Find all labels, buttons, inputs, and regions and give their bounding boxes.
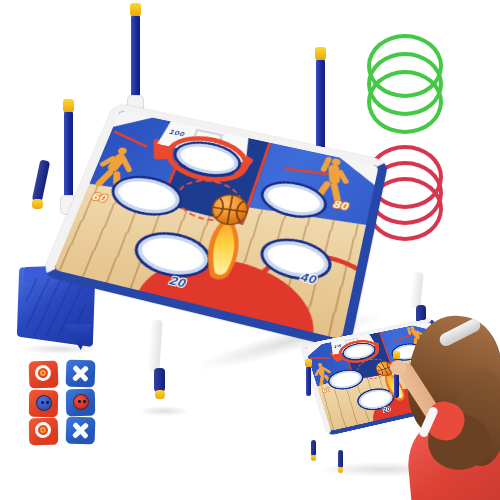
pole-cap bbox=[130, 3, 141, 16]
board-leg bbox=[410, 272, 424, 309]
pole-cap bbox=[305, 359, 312, 367]
red-dot-icon bbox=[73, 394, 89, 410]
score-label-80: 80 bbox=[332, 198, 350, 213]
board-leg-tip bbox=[154, 368, 165, 392]
toss-pole bbox=[131, 14, 140, 108]
toss-pole-mini bbox=[306, 366, 311, 396]
o-marker-icon bbox=[35, 365, 52, 382]
board-leg-tip bbox=[32, 159, 51, 202]
pole-cap bbox=[315, 47, 326, 60]
board-leg bbox=[148, 320, 163, 373]
pole-cap bbox=[393, 351, 400, 359]
product-photo: 100 80 60 40 20 bbox=[0, 0, 500, 500]
toss-board: 100 80 60 40 20 bbox=[41, 103, 388, 351]
board-leg-foot bbox=[155, 390, 165, 399]
ring-green-3 bbox=[367, 70, 443, 134]
bean-bag-blue-smiley bbox=[66, 389, 95, 417]
leg-shadow bbox=[138, 406, 190, 416]
corner-sleeve bbox=[305, 343, 326, 357]
board-fabric: 100 80 60 40 20 bbox=[54, 111, 379, 340]
bean-bag-blue-x bbox=[66, 360, 96, 388]
bean-bag-red-o bbox=[29, 418, 58, 446]
court-line bbox=[310, 357, 330, 358]
o-marker-icon bbox=[35, 422, 51, 438]
blue-dot-icon bbox=[36, 395, 52, 411]
bean-bag-red-smiley bbox=[29, 390, 58, 418]
board-leg-foot bbox=[32, 199, 43, 209]
bean-bag-red-o bbox=[29, 361, 59, 389]
child-hand bbox=[390, 360, 406, 375]
bean-bag-blue-x bbox=[66, 417, 96, 445]
toss-board-main: 100 80 60 40 20 bbox=[72, 106, 372, 326]
